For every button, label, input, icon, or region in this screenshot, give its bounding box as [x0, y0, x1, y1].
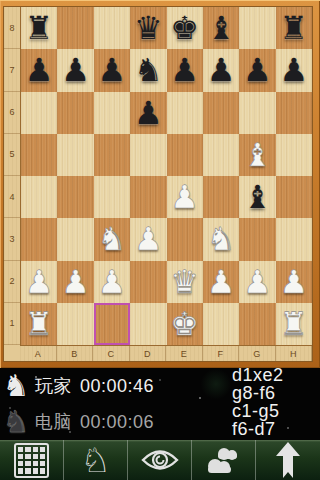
square-f2[interactable]: ♟: [203, 261, 239, 303]
square-c8[interactable]: [94, 7, 130, 49]
square-f6[interactable]: [203, 92, 239, 134]
black-pawn[interactable]: ♟: [170, 54, 199, 86]
square-f5[interactable]: [203, 134, 239, 176]
white-pawn[interactable]: ♟: [279, 266, 308, 298]
computer-name: 电脑: [35, 412, 72, 432]
square-h3[interactable]: [276, 218, 312, 260]
square-a1[interactable]: ♜: [21, 303, 57, 345]
white-knight-icon: ♞: [0, 368, 32, 404]
move-entry: d1xe2: [232, 366, 318, 384]
square-e8[interactable]: ♚: [167, 7, 203, 49]
square-e2[interactable]: ♛: [167, 261, 203, 303]
rank-label-7: 7: [4, 49, 20, 91]
black-pawn[interactable]: ♟: [243, 54, 272, 86]
square-h5[interactable]: [276, 134, 312, 176]
rank-labels: 87654321: [4, 7, 20, 345]
square-c2[interactable]: ♟: [94, 261, 130, 303]
square-g2[interactable]: ♟: [239, 261, 275, 303]
square-g1[interactable]: [239, 303, 275, 345]
board-frame: 87654321 ♜♛♚♝♜♟♟♟♞♟♟♟♟♟♝♟♝♞♟♞♟♟♟♛♟♟♟♜♚♜ …: [0, 0, 320, 368]
file-label-b: B: [57, 346, 94, 361]
black-pawn[interactable]: ♟: [207, 54, 236, 86]
square-d8[interactable]: ♛: [130, 7, 166, 49]
white-pawn[interactable]: ♟: [243, 266, 272, 298]
square-a8[interactable]: ♜: [21, 7, 57, 49]
move-entry: c1-g5: [232, 402, 318, 420]
rank-label-4: 4: [4, 176, 20, 218]
board-grid-button[interactable]: [0, 440, 64, 480]
white-pawn[interactable]: ♟: [170, 181, 199, 213]
square-g4[interactable]: ♝: [239, 176, 275, 218]
square-a5[interactable]: [21, 134, 57, 176]
white-bishop[interactable]: ♝: [243, 139, 272, 171]
square-h1[interactable]: ♜: [276, 303, 312, 345]
white-pawn[interactable]: ♟: [207, 266, 236, 298]
square-b6[interactable]: [57, 92, 93, 134]
white-king[interactable]: ♚: [170, 308, 199, 340]
square-h4[interactable]: [276, 176, 312, 218]
computer-clock: 00:00:06: [80, 412, 154, 432]
square-d3[interactable]: ♟: [130, 218, 166, 260]
square-g6[interactable]: [239, 92, 275, 134]
square-h2[interactable]: ♟: [276, 261, 312, 303]
square-f4[interactable]: [203, 176, 239, 218]
black-pawn[interactable]: ♟: [279, 54, 308, 86]
white-rook[interactable]: ♜: [25, 308, 54, 340]
black-rook[interactable]: ♜: [25, 12, 54, 44]
black-rook[interactable]: ♜: [279, 12, 308, 44]
white-pawn[interactable]: ♟: [25, 266, 54, 298]
square-f7[interactable]: ♟: [203, 49, 239, 91]
black-knight[interactable]: ♞: [134, 54, 163, 86]
square-a2[interactable]: ♟: [21, 261, 57, 303]
square-g7[interactable]: ♟: [239, 49, 275, 91]
white-pawn[interactable]: ♟: [61, 266, 90, 298]
square-a3[interactable]: [21, 218, 57, 260]
square-d1[interactable]: [130, 303, 166, 345]
board-grid-icon: [14, 443, 49, 478]
square-e7[interactable]: ♟: [167, 49, 203, 91]
square-d6[interactable]: ♟: [130, 92, 166, 134]
square-h7[interactable]: ♟: [276, 49, 312, 91]
square-e4[interactable]: ♟: [167, 176, 203, 218]
white-rook[interactable]: ♜: [279, 308, 308, 340]
rank-label-6: 6: [4, 92, 20, 134]
rank-label-5: 5: [4, 134, 20, 176]
square-e1[interactable]: ♚: [167, 303, 203, 345]
square-b7[interactable]: ♟: [57, 49, 93, 91]
square-c7[interactable]: ♟: [94, 49, 130, 91]
black-pawn[interactable]: ♟: [134, 97, 163, 129]
square-g3[interactable]: [239, 218, 275, 260]
rank-label-8: 8: [4, 7, 20, 49]
knight-button[interactable]: ♘: [64, 440, 128, 480]
toolbar: ♘: [0, 440, 320, 480]
square-d5[interactable]: [130, 134, 166, 176]
chess-board: 87654321 ♜♛♚♝♜♟♟♟♞♟♟♟♟♟♝♟♝♞♟♞♟♟♟♛♟♟♟♜♚♜ …: [4, 7, 312, 361]
square-d2[interactable]: [130, 261, 166, 303]
scenery-clouds-icon: [203, 445, 245, 475]
square-f8[interactable]: ♝: [203, 7, 239, 49]
board-squares: ♜♛♚♝♜♟♟♟♞♟♟♟♟♟♝♟♝♞♟♞♟♟♟♛♟♟♟♜♚♜: [20, 7, 312, 345]
player-name-and-clock: 玩家00:00:46: [35, 374, 154, 398]
chess-app: 87654321 ♜♛♚♝♜♟♟♟♞♟♟♟♟♟♝♟♝♞♟♞♟♟♟♛♟♟♟♜♚♜ …: [0, 0, 320, 480]
square-g5[interactable]: ♝: [239, 134, 275, 176]
white-knight[interactable]: ♞: [98, 223, 127, 255]
file-label-g: G: [239, 346, 276, 361]
black-bishop[interactable]: ♝: [207, 12, 236, 44]
file-label-c: C: [93, 346, 130, 361]
white-queen[interactable]: ♛: [170, 266, 199, 298]
square-c4[interactable]: [94, 176, 130, 218]
file-label-d: D: [130, 346, 167, 361]
scenery-button[interactable]: [192, 440, 256, 480]
square-c5[interactable]: [94, 134, 130, 176]
rank-label-3: 3: [4, 218, 20, 260]
file-label-h: H: [276, 346, 313, 361]
square-d4[interactable]: [130, 176, 166, 218]
black-pawn[interactable]: ♟: [25, 54, 54, 86]
file-label-a: A: [20, 346, 57, 361]
square-b3[interactable]: [57, 218, 93, 260]
eye-icon: [140, 447, 180, 473]
square-f1[interactable]: [203, 303, 239, 345]
square-h8[interactable]: ♜: [276, 7, 312, 49]
square-b8[interactable]: [57, 7, 93, 49]
move-list: d1xe2 g8-f6 c1-g5 f6-d7: [232, 366, 318, 438]
white-pawn[interactable]: ♟: [134, 223, 163, 255]
eye-button[interactable]: [128, 440, 192, 480]
square-d7[interactable]: ♞: [130, 49, 166, 91]
black-king[interactable]: ♚: [170, 12, 199, 44]
black-bishop[interactable]: ♝: [243, 181, 272, 213]
rank-label-2: 2: [4, 261, 20, 303]
black-pawn[interactable]: ♟: [61, 54, 90, 86]
square-a6[interactable]: [21, 92, 57, 134]
square-c1[interactable]: [94, 303, 130, 345]
square-b2[interactable]: ♟: [57, 261, 93, 303]
square-a7[interactable]: ♟: [21, 49, 57, 91]
black-knight-icon: ♞: [0, 404, 32, 440]
black-pawn[interactable]: ♟: [98, 54, 127, 86]
square-e6[interactable]: [167, 92, 203, 134]
player-name: 玩家: [35, 376, 72, 396]
square-c3[interactable]: ♞: [94, 218, 130, 260]
info-panel: ♞ 玩家00:00:46 ♞ 电脑00:00:06 d1xe2 g8-f6 c1…: [0, 368, 320, 440]
square-f3[interactable]: ♞: [203, 218, 239, 260]
file-label-f: F: [203, 346, 240, 361]
computer-name-and-clock: 电脑00:00:06: [35, 410, 154, 434]
knight-piece-icon: ♘: [80, 441, 110, 479]
square-h6[interactable]: [276, 92, 312, 134]
white-pawn[interactable]: ♟: [98, 266, 127, 298]
rank-label-1: 1: [4, 303, 20, 345]
square-b4[interactable]: [57, 176, 93, 218]
square-e5[interactable]: [167, 134, 203, 176]
square-b5[interactable]: [57, 134, 93, 176]
undo-button[interactable]: [256, 440, 320, 480]
player-row-human: ♞ 玩家00:00:46: [0, 368, 232, 404]
arrow-up-icon: [275, 442, 301, 478]
player-clock: 00:00:46: [80, 376, 154, 396]
square-b1[interactable]: [57, 303, 93, 345]
square-c6[interactable]: [94, 92, 130, 134]
square-a4[interactable]: [21, 176, 57, 218]
move-entry: f6-d7: [232, 420, 318, 438]
player-row-computer: ♞ 电脑00:00:06: [0, 404, 232, 440]
move-entry: g8-f6: [232, 384, 318, 402]
square-e3[interactable]: [167, 218, 203, 260]
file-labels: ABCDEFGH: [20, 345, 312, 361]
square-g8[interactable]: [239, 7, 275, 49]
white-knight[interactable]: ♞: [207, 223, 236, 255]
file-label-e: E: [166, 346, 203, 361]
black-queen[interactable]: ♛: [134, 12, 163, 44]
